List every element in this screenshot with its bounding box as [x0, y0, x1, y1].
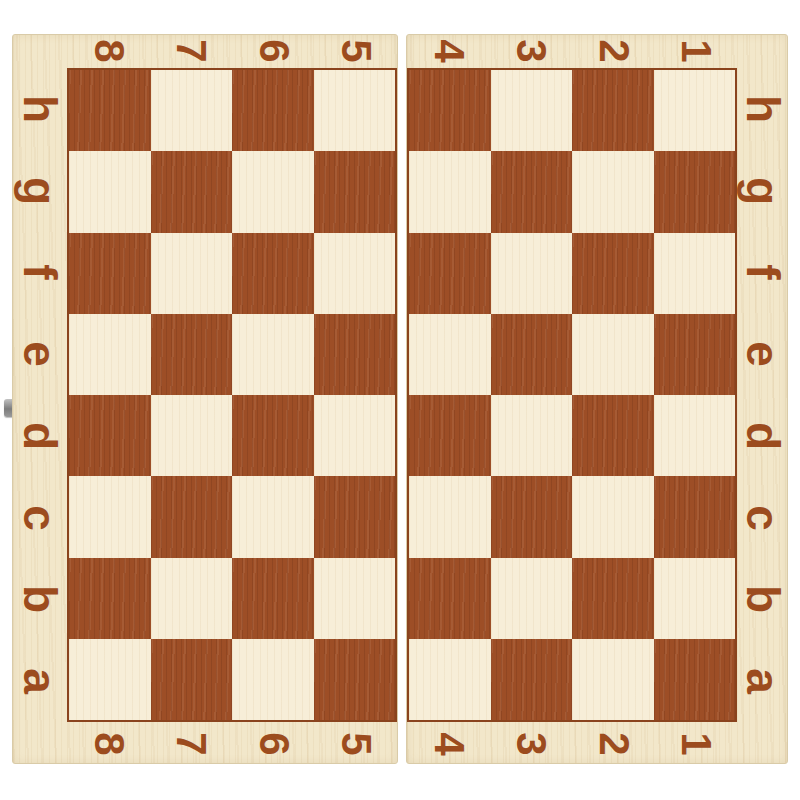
square-g3	[491, 151, 573, 232]
label-left-file-a-text: a	[17, 668, 63, 694]
square-a4	[409, 639, 491, 720]
square-g7	[151, 151, 233, 232]
square-e4	[409, 314, 491, 395]
square-e1	[654, 314, 736, 395]
board-panel-left: 88776655hgfedcba	[12, 34, 398, 764]
square-f7	[151, 233, 233, 314]
square-b6	[232, 558, 314, 639]
square-c7	[151, 476, 233, 557]
label-left-file-d: d	[13, 395, 67, 477]
square-g4	[409, 151, 491, 232]
square-c6	[232, 476, 314, 557]
label-top-rank-4: 4	[407, 33, 490, 69]
square-b5	[314, 558, 396, 639]
label-right-file-g: g	[737, 150, 789, 232]
label-bottom-rank-8: 8	[67, 722, 150, 765]
label-left-file-h: h	[13, 68, 67, 150]
square-d3	[491, 395, 573, 476]
square-f5	[314, 233, 396, 314]
label-top-rank-5-text: 5	[335, 39, 377, 62]
label-bottom-rank-6: 6	[232, 722, 315, 765]
square-c8	[69, 476, 151, 557]
label-right-file-d-text: d	[740, 422, 786, 450]
square-f4	[409, 233, 491, 314]
square-e2	[572, 314, 654, 395]
square-f8	[69, 233, 151, 314]
board-panel-right: 44332211hgfedcba	[406, 34, 788, 764]
square-h1	[654, 70, 736, 151]
square-d8	[69, 395, 151, 476]
label-right-file-f-text: f	[740, 265, 786, 280]
grid-right	[407, 68, 737, 722]
square-b8	[69, 558, 151, 639]
square-g5	[314, 151, 396, 232]
square-d2	[572, 395, 654, 476]
label-right-file-e: e	[737, 313, 789, 395]
label-top-rank-1: 1	[655, 33, 738, 69]
label-top-rank-3: 3	[490, 33, 573, 69]
label-top-rank-7: 7	[150, 33, 233, 69]
square-a2	[572, 639, 654, 720]
square-a7	[151, 639, 233, 720]
square-c5	[314, 476, 396, 557]
label-left-file-b: b	[13, 559, 67, 641]
label-bottom-rank-7-text: 7	[170, 732, 212, 755]
label-top-rank-8: 8	[67, 33, 150, 69]
square-g6	[232, 151, 314, 232]
label-right-file-b: b	[737, 559, 789, 641]
label-right-file-h: h	[737, 68, 789, 150]
grid-left	[67, 68, 397, 722]
label-bottom-rank-3: 3	[490, 722, 573, 765]
label-top-rank-2-text: 2	[592, 39, 634, 62]
label-bottom-rank-3-text: 3	[510, 732, 552, 755]
label-bottom-rank-7: 7	[150, 722, 233, 765]
square-h5	[314, 70, 396, 151]
square-b1	[654, 558, 736, 639]
square-c4	[409, 476, 491, 557]
label-left-file-h-text: h	[17, 95, 63, 123]
label-bottom-rank-1: 1	[655, 722, 738, 765]
square-b3	[491, 558, 573, 639]
label-top-rank-2: 2	[572, 33, 655, 69]
square-h2	[572, 70, 654, 151]
label-bottom-rank-2: 2	[572, 722, 655, 765]
label-bottom-rank-8-text: 8	[87, 732, 129, 755]
square-a3	[491, 639, 573, 720]
square-e8	[69, 314, 151, 395]
label-bottom-rank-5: 5	[315, 722, 398, 765]
square-b7	[151, 558, 233, 639]
label-bottom-rank-4: 4	[407, 722, 490, 765]
label-left-file-c-text: c	[17, 505, 63, 531]
label-right-file-g-text: g	[740, 177, 786, 205]
square-f2	[572, 233, 654, 314]
label-right-file-d: d	[737, 395, 789, 477]
label-top-rank-5: 5	[315, 33, 398, 69]
label-top-rank-4-text: 4	[427, 39, 469, 62]
label-top-rank-6: 6	[232, 33, 315, 69]
square-e6	[232, 314, 314, 395]
square-f1	[654, 233, 736, 314]
label-bottom-rank-1-text: 1	[675, 732, 717, 755]
square-h3	[491, 70, 573, 151]
label-left-file-f-text: f	[17, 265, 63, 280]
label-left-file-e-text: e	[17, 341, 63, 367]
square-d7	[151, 395, 233, 476]
square-g2	[572, 151, 654, 232]
label-right-file-f: f	[737, 232, 789, 314]
label-right-file-h-text: h	[740, 95, 786, 123]
square-a6	[232, 639, 314, 720]
label-top-rank-7-text: 7	[170, 39, 212, 62]
square-g1	[654, 151, 736, 232]
square-b2	[572, 558, 654, 639]
square-c1	[654, 476, 736, 557]
label-bottom-rank-6-text: 6	[252, 732, 294, 755]
label-left-file-f: f	[13, 232, 67, 314]
label-right-file-c-text: c	[740, 505, 786, 531]
square-h7	[151, 70, 233, 151]
square-h4	[409, 70, 491, 151]
label-bottom-rank-4-text: 4	[427, 732, 469, 755]
label-top-rank-1-text: 1	[675, 39, 717, 62]
square-e5	[314, 314, 396, 395]
label-top-rank-6-text: 6	[252, 39, 294, 62]
label-bottom-rank-2-text: 2	[592, 732, 634, 755]
square-f3	[491, 233, 573, 314]
label-left-file-g-text: g	[17, 177, 63, 205]
square-e7	[151, 314, 233, 395]
label-right-file-a-text: a	[740, 668, 786, 694]
square-d4	[409, 395, 491, 476]
square-e3	[491, 314, 573, 395]
square-h8	[69, 70, 151, 151]
square-f6	[232, 233, 314, 314]
label-bottom-rank-5-text: 5	[335, 732, 377, 755]
square-c2	[572, 476, 654, 557]
square-d1	[654, 395, 736, 476]
label-right-file-b-text: b	[740, 585, 786, 613]
label-left-file-g: g	[13, 150, 67, 232]
square-h6	[232, 70, 314, 151]
label-left-file-d-text: d	[17, 422, 63, 450]
photo-background: 88776655hgfedcba 44332211hgfedcba	[0, 0, 800, 800]
square-g8	[69, 151, 151, 232]
label-top-rank-3-text: 3	[510, 39, 552, 62]
square-a1	[654, 639, 736, 720]
label-right-file-a: a	[737, 640, 789, 722]
label-left-file-a: a	[13, 640, 67, 722]
square-a8	[69, 639, 151, 720]
label-left-file-b-text: b	[17, 585, 63, 613]
label-right-file-e-text: e	[740, 341, 786, 367]
label-top-rank-8-text: 8	[87, 39, 129, 62]
square-a5	[314, 639, 396, 720]
label-left-file-e: e	[13, 313, 67, 395]
square-b4	[409, 558, 491, 639]
label-left-file-c: c	[13, 477, 67, 559]
square-c3	[491, 476, 573, 557]
square-d6	[232, 395, 314, 476]
label-right-file-c: c	[737, 477, 789, 559]
square-d5	[314, 395, 396, 476]
